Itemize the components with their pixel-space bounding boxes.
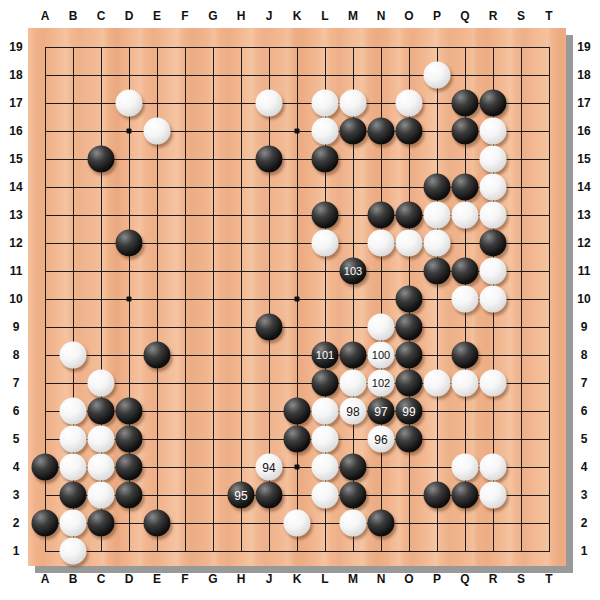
col-label-top-B: B: [69, 9, 78, 23]
stone-O9-black[interactable]: [396, 314, 423, 341]
stone-R16-white[interactable]: [480, 118, 507, 145]
stone-M16-black[interactable]: [340, 118, 367, 145]
col-label-top-S: S: [517, 9, 525, 23]
stone-N7-white[interactable]: 102: [368, 370, 395, 397]
stone-P11-black[interactable]: [424, 258, 451, 285]
row-label-right-6: 6: [581, 404, 588, 418]
stone-C2-black[interactable]: [88, 510, 115, 537]
stone-Q16-black[interactable]: [452, 118, 479, 145]
col-label-top-P: P: [433, 9, 441, 23]
stone-C5-white[interactable]: [88, 426, 115, 453]
stone-N16-black[interactable]: [368, 118, 395, 145]
stone-P13-white[interactable]: [424, 202, 451, 229]
stone-J3-black[interactable]: [256, 482, 283, 509]
col-label-top-F: F: [181, 9, 188, 23]
row-label-left-2: 2: [13, 516, 20, 530]
row-label-left-19: 19: [9, 40, 22, 54]
col-label-bottom-M: M: [348, 572, 358, 586]
grid-line-v-P: [437, 47, 438, 552]
star-point-D16: [127, 129, 132, 134]
col-label-top-J: J: [266, 9, 273, 23]
row-label-left-4: 4: [13, 460, 20, 474]
row-label-right-5: 5: [581, 432, 588, 446]
row-label-left-8: 8: [13, 348, 20, 362]
col-label-top-A: A: [41, 9, 50, 23]
move-number-103: 103: [344, 266, 362, 277]
row-label-right-18: 18: [577, 68, 590, 82]
stone-L12-white[interactable]: [312, 230, 339, 257]
col-label-top-K: K: [293, 9, 302, 23]
stone-N6-black[interactable]: 97: [368, 398, 395, 425]
stone-B2-white[interactable]: [60, 510, 87, 537]
col-label-bottom-N: N: [377, 572, 386, 586]
row-label-left-1: 1: [13, 544, 20, 558]
stone-R12-black[interactable]: [480, 230, 507, 257]
stone-P3-black[interactable]: [424, 482, 451, 509]
stone-M3-black[interactable]: [340, 482, 367, 509]
row-label-right-15: 15: [577, 152, 590, 166]
row-label-right-19: 19: [577, 40, 590, 54]
stone-R7-white[interactable]: [480, 370, 507, 397]
row-label-left-10: 10: [9, 292, 22, 306]
row-label-left-13: 13: [9, 208, 22, 222]
star-point-K4: [295, 465, 300, 470]
col-label-top-G: G: [208, 9, 217, 23]
stone-J17-white[interactable]: [256, 90, 283, 117]
row-label-right-12: 12: [577, 236, 590, 250]
star-point-K16: [295, 129, 300, 134]
stone-N12-white[interactable]: [368, 230, 395, 257]
move-number-95: 95: [234, 489, 247, 501]
row-label-right-1: 1: [581, 544, 588, 558]
col-label-top-N: N: [377, 9, 386, 23]
col-label-top-R: R: [489, 9, 498, 23]
stone-O10-black[interactable]: [396, 286, 423, 313]
row-label-right-8: 8: [581, 348, 588, 362]
stone-L4-white[interactable]: [312, 454, 339, 481]
stone-Q11-black[interactable]: [452, 258, 479, 285]
move-number-100: 100: [372, 350, 390, 361]
stone-R15-white[interactable]: [480, 146, 507, 173]
move-number-101: 101: [316, 350, 334, 361]
stone-M2-white[interactable]: [340, 510, 367, 537]
col-label-bottom-Q: Q: [460, 572, 469, 586]
stone-L15-black[interactable]: [312, 146, 339, 173]
move-number-98: 98: [346, 405, 359, 417]
stone-C3-white[interactable]: [88, 482, 115, 509]
stone-R13-white[interactable]: [480, 202, 507, 229]
stone-O17-white[interactable]: [396, 90, 423, 117]
col-label-bottom-T: T: [545, 572, 552, 586]
move-number-96: 96: [374, 433, 387, 445]
col-label-top-M: M: [348, 9, 358, 23]
row-label-left-5: 5: [13, 432, 20, 446]
stone-O8-black[interactable]: [396, 342, 423, 369]
col-label-bottom-O: O: [404, 572, 413, 586]
stone-P12-white[interactable]: [424, 230, 451, 257]
stone-J9-black[interactable]: [256, 314, 283, 341]
col-label-bottom-C: C: [97, 572, 106, 586]
stone-B3-black[interactable]: [60, 482, 87, 509]
stone-Q10-white[interactable]: [452, 286, 479, 313]
col-label-bottom-E: E: [153, 572, 161, 586]
stone-R11-white[interactable]: [480, 258, 507, 285]
col-label-bottom-R: R: [489, 572, 498, 586]
row-label-left-7: 7: [13, 376, 20, 390]
stone-O12-white[interactable]: [396, 230, 423, 257]
stone-Q3-black[interactable]: [452, 482, 479, 509]
stone-D12-black[interactable]: [116, 230, 143, 257]
row-label-right-3: 3: [581, 488, 588, 502]
row-label-right-17: 17: [577, 96, 590, 110]
stone-J4-white[interactable]: 94: [256, 454, 283, 481]
stone-M7-white[interactable]: [340, 370, 367, 397]
stone-C4-white[interactable]: [88, 454, 115, 481]
stone-M6-white[interactable]: 98: [340, 398, 367, 425]
col-label-top-L: L: [321, 9, 328, 23]
stone-N5-white[interactable]: 96: [368, 426, 395, 453]
stone-Q4-white[interactable]: [452, 454, 479, 481]
col-label-top-D: D: [125, 9, 134, 23]
stone-H3-black[interactable]: 95: [228, 482, 255, 509]
stone-B5-white[interactable]: [60, 426, 87, 453]
stone-L17-white[interactable]: [312, 90, 339, 117]
col-label-bottom-A: A: [41, 572, 50, 586]
col-label-bottom-S: S: [517, 572, 525, 586]
move-number-94: 94: [262, 461, 275, 473]
stone-C6-black[interactable]: [88, 398, 115, 425]
row-label-right-2: 2: [581, 516, 588, 530]
row-label-right-11: 11: [578, 264, 591, 278]
col-label-bottom-P: P: [433, 572, 441, 586]
stone-R4-white[interactable]: [480, 454, 507, 481]
stone-D4-black[interactable]: [116, 454, 143, 481]
row-label-left-6: 6: [13, 404, 20, 418]
go-board-page: AABBCCDDEEFFGGHHJJKKLLMMNNOOPPQQRRSSTT19…: [0, 0, 600, 600]
stone-O5-black[interactable]: [396, 426, 423, 453]
col-label-top-T: T: [545, 9, 552, 23]
row-label-left-11: 11: [10, 264, 23, 278]
stone-L13-black[interactable]: [312, 202, 339, 229]
col-label-top-C: C: [97, 9, 106, 23]
row-label-right-7: 7: [581, 376, 588, 390]
col-label-top-H: H: [237, 9, 246, 23]
grid-line-h-1: [45, 551, 550, 552]
stone-L16-white[interactable]: [312, 118, 339, 145]
star-point-K10: [295, 297, 300, 302]
stone-N2-black[interactable]: [368, 510, 395, 537]
stone-K6-black[interactable]: [284, 398, 311, 425]
stone-B4-white[interactable]: [60, 454, 87, 481]
col-label-bottom-J: J: [266, 572, 273, 586]
stone-O6-black[interactable]: 99: [396, 398, 423, 425]
stone-J15-black[interactable]: [256, 146, 283, 173]
stone-L3-white[interactable]: [312, 482, 339, 509]
col-label-bottom-H: H: [237, 572, 246, 586]
stone-Q14-black[interactable]: [452, 174, 479, 201]
stone-Q17-black[interactable]: [452, 90, 479, 117]
stone-N13-black[interactable]: [368, 202, 395, 229]
stone-D3-black[interactable]: [116, 482, 143, 509]
stone-M8-black[interactable]: [340, 342, 367, 369]
row-label-left-17: 17: [9, 96, 22, 110]
row-label-right-9: 9: [581, 320, 588, 334]
stone-N8-white[interactable]: 100: [368, 342, 395, 369]
col-label-top-O: O: [404, 9, 413, 23]
stone-B8-white[interactable]: [60, 342, 87, 369]
stone-R3-white[interactable]: [480, 482, 507, 509]
move-number-99: 99: [402, 405, 415, 417]
grid-line-v-T: [549, 47, 550, 552]
stone-K5-black[interactable]: [284, 426, 311, 453]
stone-D5-black[interactable]: [116, 426, 143, 453]
col-label-bottom-F: F: [181, 572, 188, 586]
stone-P14-black[interactable]: [424, 174, 451, 201]
stone-M11-black[interactable]: 103: [340, 258, 367, 285]
stone-L8-black[interactable]: 101: [312, 342, 339, 369]
stone-D6-black[interactable]: [116, 398, 143, 425]
stone-Q7-white[interactable]: [452, 370, 479, 397]
move-number-97: 97: [374, 405, 387, 417]
stone-C7-white[interactable]: [88, 370, 115, 397]
stone-D17-white[interactable]: [116, 90, 143, 117]
stone-M17-white[interactable]: [340, 90, 367, 117]
stone-K2-white[interactable]: [284, 510, 311, 537]
row-label-right-13: 13: [577, 208, 590, 222]
row-label-left-9: 9: [13, 320, 20, 334]
col-label-bottom-B: B: [69, 572, 78, 586]
stone-B6-white[interactable]: [60, 398, 87, 425]
stone-C15-black[interactable]: [88, 146, 115, 173]
stone-L6-white[interactable]: [312, 398, 339, 425]
stone-Q13-white[interactable]: [452, 202, 479, 229]
stone-P7-white[interactable]: [424, 370, 451, 397]
stone-Q8-black[interactable]: [452, 342, 479, 369]
row-label-left-3: 3: [13, 488, 20, 502]
move-number-102: 102: [372, 378, 390, 389]
stone-R17-black[interactable]: [480, 90, 507, 117]
stone-R10-white[interactable]: [480, 286, 507, 313]
stone-O13-black[interactable]: [396, 202, 423, 229]
stone-M4-black[interactable]: [340, 454, 367, 481]
row-label-right-16: 16: [577, 124, 590, 138]
stone-N9-white[interactable]: [368, 314, 395, 341]
col-label-bottom-D: D: [125, 572, 134, 586]
row-label-right-10: 10: [577, 292, 590, 306]
stone-O7-black[interactable]: [396, 370, 423, 397]
col-label-top-E: E: [153, 9, 161, 23]
star-point-D10: [127, 297, 132, 302]
col-label-bottom-G: G: [208, 572, 217, 586]
stone-L7-black[interactable]: [312, 370, 339, 397]
col-label-bottom-K: K: [293, 572, 302, 586]
col-label-top-Q: Q: [460, 9, 469, 23]
col-label-bottom-L: L: [321, 572, 328, 586]
stone-A2-black[interactable]: [32, 510, 59, 537]
row-label-left-18: 18: [9, 68, 22, 82]
row-label-right-14: 14: [577, 180, 590, 194]
stone-O16-black[interactable]: [396, 118, 423, 145]
grid-line-v-S: [521, 47, 522, 552]
row-label-left-15: 15: [9, 152, 22, 166]
row-label-right-4: 4: [581, 460, 588, 474]
stone-E8-black[interactable]: [144, 342, 171, 369]
stone-L5-white[interactable]: [312, 426, 339, 453]
row-label-left-12: 12: [9, 236, 22, 250]
stone-R14-white[interactable]: [480, 174, 507, 201]
grid-line-h-9: [45, 327, 550, 328]
stone-A4-black[interactable]: [32, 454, 59, 481]
row-label-left-16: 16: [9, 124, 22, 138]
stone-P18-white[interactable]: [424, 62, 451, 89]
stone-B1-white[interactable]: [60, 538, 87, 565]
stone-E16-white[interactable]: [144, 118, 171, 145]
stone-E2-black[interactable]: [144, 510, 171, 537]
row-label-left-14: 14: [9, 180, 22, 194]
